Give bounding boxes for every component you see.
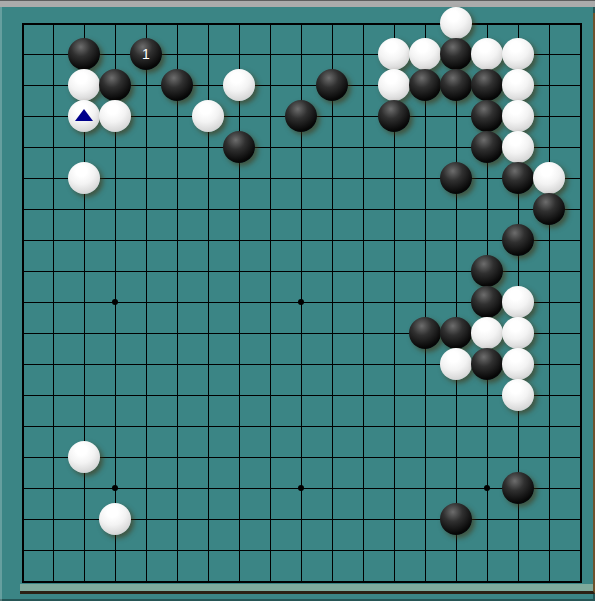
white-stone [68, 441, 100, 473]
grid-line-vertical [53, 23, 54, 583]
white-stone [502, 100, 534, 132]
star-point [112, 299, 118, 305]
grid-line-horizontal [22, 209, 582, 210]
star-point [112, 485, 118, 491]
star-point [484, 485, 490, 491]
black-stone [68, 38, 100, 70]
grid-line-horizontal [22, 426, 582, 427]
grid-line-horizontal [22, 581, 582, 583]
black-stone: 1 [130, 38, 162, 70]
black-stone [471, 100, 503, 132]
black-stone [440, 503, 472, 535]
grid-line-vertical [146, 23, 147, 583]
white-stone [68, 100, 100, 132]
star-point [298, 299, 304, 305]
white-stone [409, 38, 441, 70]
black-stone [99, 69, 131, 101]
black-stone [409, 317, 441, 349]
black-stone [316, 69, 348, 101]
white-stone [99, 503, 131, 535]
black-stone [440, 38, 472, 70]
grid-line-vertical [270, 23, 271, 583]
grid-line-vertical [425, 23, 426, 583]
go-app-window: 1 [0, 0, 595, 601]
white-stone [502, 317, 534, 349]
white-stone [502, 69, 534, 101]
grid-line-vertical [22, 23, 24, 583]
grid-line-vertical [580, 23, 582, 583]
black-stone [502, 472, 534, 504]
black-stone [471, 286, 503, 318]
grid-line-horizontal [22, 23, 582, 25]
white-stone [502, 131, 534, 163]
white-stone [378, 69, 410, 101]
black-stone [533, 193, 565, 225]
black-stone [440, 69, 472, 101]
white-stone [471, 38, 503, 70]
grid-line-vertical [363, 23, 364, 583]
grid-line-horizontal [22, 240, 582, 241]
star-point [298, 485, 304, 491]
white-stone [440, 7, 472, 39]
black-stone [502, 162, 534, 194]
white-stone [68, 162, 100, 194]
white-stone [471, 317, 503, 349]
grid-line-horizontal [22, 457, 582, 458]
white-stone [192, 100, 224, 132]
grid-line-vertical [177, 23, 178, 583]
move-number-label: 1 [142, 47, 150, 61]
grid-line-horizontal [22, 395, 582, 396]
black-stone [502, 224, 534, 256]
white-stone [68, 69, 100, 101]
black-stone [409, 69, 441, 101]
go-board[interactable]: 1 [20, 13, 595, 594]
white-stone [502, 286, 534, 318]
window-top-bar [0, 0, 595, 7]
grid-line-vertical [456, 23, 457, 583]
white-stone [502, 379, 534, 411]
black-stone [440, 317, 472, 349]
grid-line-horizontal [22, 178, 582, 179]
white-stone [533, 162, 565, 194]
grid-line-vertical [239, 23, 240, 583]
black-stone [161, 69, 193, 101]
triangle-marker-icon [75, 109, 93, 121]
black-stone [223, 131, 255, 163]
black-stone [471, 131, 503, 163]
white-stone [440, 348, 472, 380]
white-stone [223, 69, 255, 101]
grid-line-vertical [549, 23, 550, 583]
white-stone [502, 38, 534, 70]
black-stone [440, 162, 472, 194]
white-stone [502, 348, 534, 380]
black-stone [471, 348, 503, 380]
black-stone [471, 69, 503, 101]
grid-line-vertical [332, 23, 333, 583]
black-stone [471, 255, 503, 287]
white-stone [378, 38, 410, 70]
white-stone [99, 100, 131, 132]
black-stone [378, 100, 410, 132]
black-stone [285, 100, 317, 132]
grid-line-horizontal [22, 550, 582, 551]
